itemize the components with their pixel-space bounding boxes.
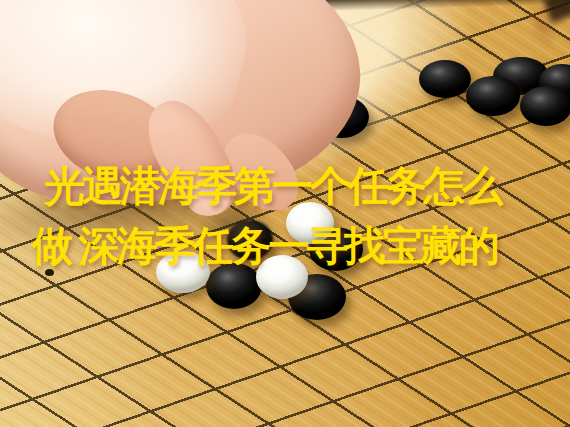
caption-line-2: 做 深海季任务一寻找宝藏的: [32, 222, 496, 270]
player-hand: [0, 0, 570, 427]
go-board-photo: 光遇潜海季第一个任务怎么 做 深海季任务一寻找宝藏的: [0, 0, 570, 427]
caption-line-1: 光遇潜海季第一个任务怎么: [44, 162, 500, 210]
